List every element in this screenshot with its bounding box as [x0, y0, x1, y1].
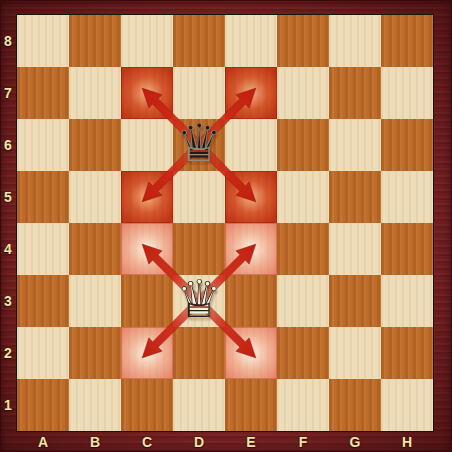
piece-glyph-outline: ♕: [173, 273, 225, 325]
rank-label-7: 7: [0, 67, 16, 119]
file-label-f: F: [277, 432, 329, 452]
rank-label-8: 8: [0, 15, 16, 67]
rank-label-1: 1: [0, 379, 16, 431]
file-label-a: A: [17, 432, 69, 452]
black-queen-d6[interactable]: ♛♛♕: [173, 119, 225, 171]
pieces-layer: ♛♛♕♛♛♕: [17, 15, 433, 431]
rank-label-2: 2: [0, 327, 16, 379]
white-queen-d3[interactable]: ♛♛♕: [173, 275, 225, 327]
file-label-h: H: [381, 432, 433, 452]
file-label-d: D: [173, 432, 225, 452]
chessboard-frame: ♛♛♕♛♛♕ 87654321ABCDEFGH: [0, 0, 452, 452]
rank-label-5: 5: [0, 171, 16, 223]
file-label-g: G: [329, 432, 381, 452]
rank-label-3: 3: [0, 275, 16, 327]
piece-glyph-outline: ♕: [173, 117, 225, 169]
file-label-e: E: [225, 432, 277, 452]
rank-label-4: 4: [0, 223, 16, 275]
rank-label-6: 6: [0, 119, 16, 171]
file-label-c: C: [121, 432, 173, 452]
file-label-b: B: [69, 432, 121, 452]
